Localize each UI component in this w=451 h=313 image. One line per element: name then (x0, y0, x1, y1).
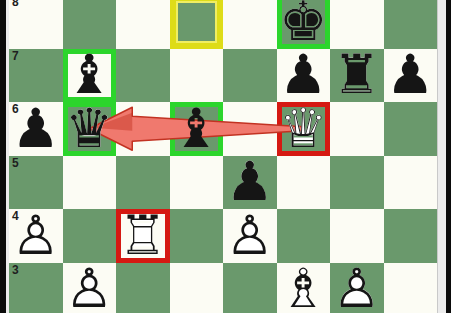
piece-glyph: ♝ (175, 107, 219, 151)
piece-white-pawn-b3[interactable]: ♟♙ (63, 263, 117, 313)
right-black-edge (446, 0, 451, 313)
square-b5[interactable] (63, 156, 117, 210)
piece-glyph: ♙ (63, 263, 117, 313)
square-a6[interactable]: 6♙♟ (9, 102, 63, 156)
square-f3[interactable]: ♝♗ (277, 263, 331, 313)
board-grid: 8♔♚7♗♝♙♟♖♜♙♟6♙♟♕♛♝♛♕5♙♟4♟♙♜♖♟♙3♟♙♝♗♟♙ (9, 0, 437, 313)
piece-black-pawn-h7[interactable]: ♙♟ (384, 49, 438, 103)
square-f5[interactable] (277, 156, 331, 210)
piece-black-bishop-d6[interactable]: ♝ (175, 107, 219, 151)
square-c4[interactable]: ♜♖ (116, 209, 170, 263)
square-e3[interactable] (223, 263, 277, 313)
square-d5[interactable] (170, 156, 224, 210)
rank-label-3: 3 (12, 263, 19, 277)
chess-analysis-viewport: 8♔♚7♗♝♙♟♖♜♙♟6♙♟♕♛♝♛♕5♙♟4♟♙♜♖♟♙3♟♙♝♗♟♙ (0, 0, 451, 313)
square-g6[interactable] (330, 102, 384, 156)
square-f7[interactable]: ♙♟ (277, 49, 331, 103)
piece-black-pawn-e5[interactable]: ♙♟ (223, 156, 277, 210)
piece-black-rook-g7[interactable]: ♖♜ (330, 49, 384, 103)
square-h3[interactable] (384, 263, 438, 313)
square-g7[interactable]: ♖♜ (330, 49, 384, 103)
square-h6[interactable] (384, 102, 438, 156)
square-d8[interactable] (170, 0, 224, 49)
piece-glyph: ♟ (277, 49, 331, 103)
square-d7[interactable] (170, 49, 224, 103)
piece-white-queen-f6[interactable]: ♛♕ (282, 107, 326, 151)
square-g5[interactable] (330, 156, 384, 210)
piece-glyph: ♙ (223, 209, 277, 263)
square-c5[interactable] (116, 156, 170, 210)
square-b8[interactable] (63, 0, 117, 49)
square-b3[interactable]: ♟♙ (63, 263, 117, 313)
square-a8[interactable]: 8 (9, 0, 63, 49)
piece-glyph: ♗ (277, 263, 331, 313)
rank-label-5: 5 (12, 156, 19, 170)
square-d6[interactable]: ♝ (170, 102, 224, 156)
square-f4[interactable] (277, 209, 331, 263)
square-g3[interactable]: ♟♙ (330, 263, 384, 313)
square-e6[interactable] (223, 102, 277, 156)
piece-glyph: ♕ (282, 107, 326, 151)
square-e5[interactable]: ♙♟ (223, 156, 277, 210)
square-c7[interactable] (116, 49, 170, 103)
piece-white-bishop-f3[interactable]: ♝♗ (277, 263, 331, 313)
square-b6[interactable]: ♕♛ (63, 102, 117, 156)
piece-glyph: ♙ (330, 263, 384, 313)
square-c6[interactable] (116, 102, 170, 156)
square-f6[interactable]: ♛♕ (277, 102, 331, 156)
square-d4[interactable] (170, 209, 224, 263)
square-h5[interactable] (384, 156, 438, 210)
piece-glyph: ♖ (121, 214, 165, 258)
left-black-edge (0, 0, 6, 313)
square-e7[interactable] (223, 49, 277, 103)
square-a4[interactable]: 4♟♙ (9, 209, 63, 263)
rank-label-6: 6 (12, 102, 19, 116)
square-c8[interactable] (116, 0, 170, 49)
square-b7[interactable]: ♗♝ (63, 49, 117, 103)
square-f8[interactable]: ♔♚ (277, 0, 331, 49)
square-g8[interactable] (330, 0, 384, 49)
square-h7[interactable]: ♙♟ (384, 49, 438, 103)
piece-black-pawn-f7[interactable]: ♙♟ (277, 49, 331, 103)
square-h4[interactable] (384, 209, 438, 263)
square-e4[interactable]: ♟♙ (223, 209, 277, 263)
piece-glyph: ♛ (68, 107, 112, 151)
piece-white-pawn-e4[interactable]: ♟♙ (223, 209, 277, 263)
rank-label-8: 8 (12, 0, 19, 9)
square-d3[interactable] (170, 263, 224, 313)
square-e8[interactable] (223, 0, 277, 49)
square-g4[interactable] (330, 209, 384, 263)
chess-board[interactable]: 8♔♚7♗♝♙♟♖♜♙♟6♙♟♕♛♝♛♕5♙♟4♟♙♜♖♟♙3♟♙♝♗♟♙ (9, 0, 437, 313)
piece-glyph: ♜ (330, 49, 384, 103)
piece-white-rook-c4[interactable]: ♜♖ (121, 214, 165, 258)
piece-glyph: ♚ (282, 0, 326, 44)
piece-glyph: ♝ (68, 54, 112, 98)
piece-black-bishop-b7[interactable]: ♗♝ (68, 54, 112, 98)
square-c3[interactable] (116, 263, 170, 313)
square-a3[interactable]: 3 (9, 263, 63, 313)
piece-white-pawn-g3[interactable]: ♟♙ (330, 263, 384, 313)
piece-glyph: ♟ (384, 49, 438, 103)
piece-black-queen-b6[interactable]: ♕♛ (68, 107, 112, 151)
square-a5[interactable]: 5 (9, 156, 63, 210)
square-h8[interactable] (384, 0, 438, 49)
square-a7[interactable]: 7 (9, 49, 63, 103)
rank-label-7: 7 (12, 49, 19, 63)
rank-label-4: 4 (12, 209, 19, 223)
square-b4[interactable] (63, 209, 117, 263)
piece-glyph: ♟ (223, 156, 277, 210)
board-edge-line (437, 0, 438, 313)
piece-black-king-f8[interactable]: ♔♚ (282, 0, 326, 44)
